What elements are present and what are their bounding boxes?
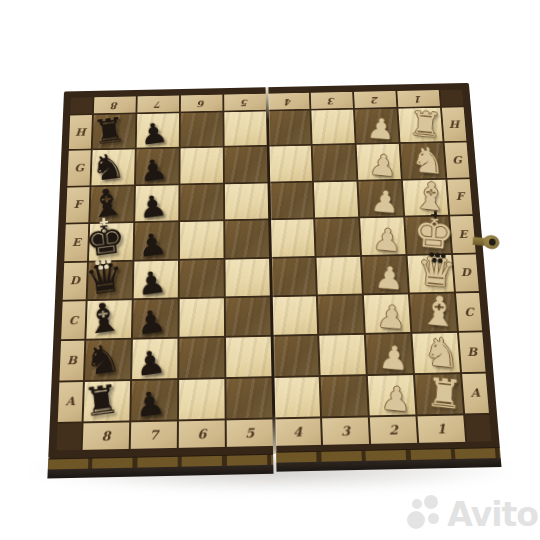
square-e4[interactable] (270, 219, 314, 256)
square-c1[interactable]: ♝ (410, 293, 457, 332)
frame-cell: A (58, 382, 83, 422)
frame-cell: 2 (370, 416, 417, 443)
file-label-left-c: C (69, 315, 79, 326)
brass-clasp-icon (473, 233, 504, 250)
square-b7[interactable]: ♟ (132, 339, 177, 379)
file-label-left-h: H (75, 127, 86, 137)
square-b4[interactable] (273, 336, 319, 376)
black-pawn-f7[interactable]: ♟ (137, 190, 169, 223)
black-pawn-a7[interactable]: ♟ (133, 385, 167, 422)
rank-label-top-3: 3 (328, 96, 335, 105)
square-f3[interactable] (314, 181, 358, 217)
square-d6[interactable] (180, 259, 224, 297)
square-d7[interactable]: ♟ (134, 260, 178, 298)
square-f7[interactable]: ♟ (135, 185, 178, 221)
file-label-left-g: G (74, 163, 84, 173)
square-a5[interactable] (226, 378, 272, 419)
square-c5[interactable] (226, 297, 271, 336)
black-king-cross-finial-icon (99, 217, 108, 226)
file-label-right-g: G (452, 155, 462, 165)
frame-cell: 5 (224, 94, 266, 111)
file-label-right-h: H (449, 119, 460, 129)
frame-cell: 3 (311, 92, 353, 109)
square-d2[interactable]: ♟ (362, 255, 408, 293)
square-e5[interactable] (225, 220, 269, 257)
frame-cell: G (67, 151, 90, 186)
square-b3[interactable] (319, 335, 366, 375)
white-pawn-h2[interactable]: ♟ (366, 114, 396, 144)
file-label-left-f: F (74, 200, 82, 210)
white-knight-b1[interactable]: ♞ (422, 331, 461, 374)
frame-cell: 7 (137, 96, 179, 113)
file-label-right-d: D (460, 267, 471, 278)
frame-cell: B (59, 341, 84, 380)
frame-cell: 7 (131, 421, 177, 448)
frame-cell: D (453, 254, 479, 291)
frame-cell: 4 (267, 93, 309, 110)
frame-corner (441, 90, 464, 107)
square-e3[interactable] (315, 218, 360, 255)
square-e6[interactable] (180, 221, 224, 258)
rank-label-bottom-2: 2 (389, 424, 399, 437)
white-pawn-f2[interactable]: ♟ (370, 186, 401, 218)
square-c3[interactable] (318, 295, 364, 334)
square-c7[interactable]: ♟ (133, 299, 178, 338)
square-e7[interactable]: ♟ (134, 222, 178, 259)
black-pawn-e7[interactable]: ♟ (136, 227, 168, 260)
square-f2[interactable]: ♟ (358, 180, 403, 216)
frame-corner (70, 97, 92, 114)
product-photo: 87654321H♜♟♟♜HG♞♟♟♞GF♝♟♟♝FE♚♟♟♚ED♛♟♟♛DC♝… (0, 0, 540, 540)
square-b2[interactable]: ♟ (366, 334, 413, 374)
frame-corner (57, 423, 82, 450)
rank-label-top-2: 2 (371, 95, 378, 104)
avito-logo-icon (406, 494, 444, 534)
square-c2[interactable]: ♟ (364, 294, 410, 333)
rank-label-bottom-5: 5 (245, 427, 254, 440)
black-pawn-c7[interactable]: ♟ (135, 305, 168, 340)
rank-label-bottom-3: 3 (341, 425, 351, 438)
rank-label-top-6: 6 (198, 99, 205, 108)
rank-label-bottom-6: 6 (197, 428, 206, 441)
file-label-right-c: C (464, 306, 474, 317)
frame-cell: C (456, 293, 482, 331)
file-label-right-f: F (455, 192, 464, 202)
square-b6[interactable] (179, 338, 224, 378)
square-d4[interactable] (271, 257, 316, 295)
file-label-left-e: E (72, 237, 81, 248)
black-pawn-b7[interactable]: ♟ (134, 345, 167, 381)
square-h3[interactable] (311, 110, 354, 145)
square-a6[interactable] (179, 379, 225, 420)
square-f5[interactable] (225, 183, 268, 219)
square-c4[interactable] (272, 296, 317, 335)
square-h4[interactable] (268, 110, 311, 145)
white-pawn-c2[interactable]: ♟ (376, 300, 408, 334)
black-pawn-g7[interactable]: ♟ (138, 154, 169, 186)
frame-cell: C (61, 301, 86, 339)
square-b1[interactable]: ♞ (412, 333, 460, 373)
square-b8[interactable]: ♞ (85, 340, 131, 380)
square-h2[interactable]: ♟ (355, 109, 399, 144)
square-h1[interactable]: ♜ (398, 108, 442, 143)
white-pawn-e2[interactable]: ♟ (372, 223, 403, 255)
square-g3[interactable] (313, 145, 357, 180)
square-a2[interactable]: ♟ (368, 375, 416, 416)
white-pawn-a2[interactable]: ♟ (380, 381, 412, 417)
frame-cell: A (462, 373, 489, 413)
square-h6[interactable] (181, 112, 223, 147)
white-king-cross-finial-icon (430, 210, 439, 219)
square-g2[interactable]: ♟ (357, 144, 401, 179)
square-g6[interactable] (180, 148, 223, 184)
frame-cell: 6 (181, 95, 223, 112)
file-label-left-d: D (70, 275, 80, 286)
square-g5[interactable] (225, 147, 268, 183)
frame-cell: H (442, 107, 467, 141)
frame-cell: G (445, 143, 470, 178)
black-pawn-d7[interactable]: ♟ (135, 266, 167, 300)
white-rook-a1[interactable]: ♜ (425, 373, 464, 416)
frame-cell: 3 (322, 417, 369, 444)
square-g4[interactable] (269, 146, 312, 181)
square-d5[interactable] (225, 258, 269, 296)
square-c8[interactable]: ♝ (86, 300, 131, 339)
square-b5[interactable] (226, 337, 271, 377)
square-f6[interactable] (180, 184, 223, 220)
square-a1[interactable]: ♜ (415, 374, 463, 415)
white-queen-orb-crown-icon (429, 252, 446, 263)
frame-cell: 1 (418, 415, 466, 442)
square-h8[interactable]: ♜ (93, 114, 136, 149)
file-label-right-e: E (458, 229, 467, 240)
frame-corner (465, 415, 491, 442)
rank-label-top-7: 7 (155, 99, 162, 108)
frame-cell: B (459, 333, 486, 372)
frame-cell: 2 (354, 91, 396, 108)
file-label-left-a: A (66, 396, 76, 408)
square-a3[interactable] (321, 376, 368, 417)
rank-label-bottom-4: 4 (293, 426, 302, 439)
rank-label-top-5: 5 (242, 98, 249, 107)
rank-label-top-1: 1 (415, 94, 423, 103)
avito-watermark: Avito (406, 494, 538, 534)
frame-cell: 8 (83, 422, 130, 449)
rank-label-top-8: 8 (111, 100, 118, 109)
square-a4[interactable] (273, 377, 320, 418)
frame-cell: H (69, 115, 92, 149)
square-d3[interactable] (316, 256, 361, 294)
file-label-left-b: B (67, 355, 77, 366)
black-pawn-h7[interactable]: ♟ (138, 118, 169, 149)
rank-label-bottom-7: 7 (149, 429, 158, 442)
frame-cell: 6 (179, 420, 225, 447)
square-a8[interactable]: ♜ (84, 381, 131, 422)
white-pawn-g2[interactable]: ♟ (368, 150, 398, 181)
file-label-right-b: B (467, 346, 478, 357)
file-label-right-a: A (470, 387, 480, 399)
square-e2[interactable]: ♟ (360, 217, 405, 254)
white-pawn-b2[interactable]: ♟ (378, 340, 410, 375)
frame-cell: 5 (227, 419, 273, 446)
watermark-text: Avito (447, 495, 538, 534)
rank-label-bottom-1: 1 (436, 423, 446, 436)
chess-box: 87654321H♜♟♟♜HG♞♟♟♞GF♝♟♟♝FE♚♟♟♚ED♛♟♟♛DC♝… (47, 83, 501, 478)
chess-board: 87654321H♜♟♟♜HG♞♟♟♞GF♝♟♟♝FE♚♟♟♚ED♛♟♟♛DC♝… (48, 83, 500, 458)
square-a7[interactable]: ♟ (131, 380, 177, 421)
square-c6[interactable] (179, 298, 224, 337)
square-h7[interactable]: ♟ (137, 113, 179, 148)
rank-label-top-4: 4 (285, 97, 292, 106)
square-g7[interactable]: ♟ (136, 149, 179, 185)
square-f4[interactable] (269, 182, 313, 218)
black-queen-orb-crown-icon (95, 259, 112, 271)
white-pawn-d2[interactable]: ♟ (374, 261, 405, 294)
square-h5[interactable] (224, 111, 266, 146)
white-bishop-c1[interactable]: ♝ (419, 290, 459, 334)
frame-cell: 4 (274, 418, 321, 445)
rank-label-bottom-8: 8 (101, 430, 110, 443)
black-rook-a8[interactable]: ♜ (82, 379, 122, 423)
